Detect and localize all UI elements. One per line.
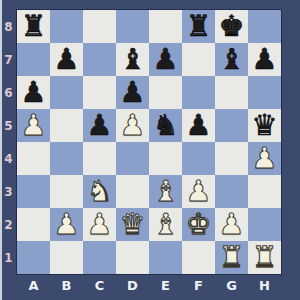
square-f2[interactable]: ♚: [182, 208, 215, 241]
square-a4[interactable]: [17, 142, 50, 175]
square-h4[interactable]: ♟: [248, 142, 281, 175]
file-label-d: D: [116, 274, 149, 300]
file-labels: ABCDEFGH: [17, 274, 281, 300]
square-e1[interactable]: [149, 241, 182, 274]
square-b3[interactable]: [50, 175, 83, 208]
square-a1[interactable]: [17, 241, 50, 274]
square-g2[interactable]: ♟: [215, 208, 248, 241]
square-a8[interactable]: ♜: [17, 10, 50, 43]
square-g1[interactable]: ♜: [215, 241, 248, 274]
rank-label-2: 2: [0, 208, 17, 241]
piece-white-knight: ♞: [87, 175, 113, 208]
file-label-f: F: [182, 274, 215, 300]
square-h7[interactable]: ♟: [248, 43, 281, 76]
square-a7[interactable]: [17, 43, 50, 76]
square-d6[interactable]: ♟: [116, 76, 149, 109]
piece-black-bishop: ♝: [219, 43, 245, 76]
square-d5[interactable]: ♟: [116, 109, 149, 142]
file-label-c: C: [83, 274, 116, 300]
square-e5[interactable]: ♞: [149, 109, 182, 142]
chess-board-frame: 87654321 ♜♜♚♟♝♟♝♟♟♟♟♟♟♞♟♛♟♞♝♟♟♟♛♝♚♟♜♜ AB…: [0, 0, 300, 300]
rank-label-1: 1: [0, 241, 17, 274]
square-b5[interactable]: [50, 109, 83, 142]
rank-label-8: 8: [0, 10, 17, 43]
square-c4[interactable]: [83, 142, 116, 175]
piece-black-pawn: ♟: [252, 43, 278, 76]
square-f3[interactable]: ♟: [182, 175, 215, 208]
square-b2[interactable]: ♟: [50, 208, 83, 241]
square-b1[interactable]: [50, 241, 83, 274]
square-h8[interactable]: [248, 10, 281, 43]
rank-label-4: 4: [0, 142, 17, 175]
square-b6[interactable]: [50, 76, 83, 109]
piece-white-pawn: ♟: [252, 142, 278, 175]
square-d1[interactable]: [116, 241, 149, 274]
piece-black-pawn: ♟: [54, 43, 80, 76]
square-d2[interactable]: ♛: [116, 208, 149, 241]
piece-black-king: ♚: [219, 10, 245, 43]
square-c8[interactable]: [83, 10, 116, 43]
square-d7[interactable]: ♝: [116, 43, 149, 76]
piece-white-bishop: ♝: [153, 208, 179, 241]
square-h3[interactable]: [248, 175, 281, 208]
piece-white-bishop: ♝: [153, 175, 179, 208]
square-c1[interactable]: [83, 241, 116, 274]
square-f8[interactable]: ♜: [182, 10, 215, 43]
square-a6[interactable]: ♟: [17, 76, 50, 109]
square-e3[interactable]: ♝: [149, 175, 182, 208]
piece-black-pawn: ♟: [153, 43, 179, 76]
square-h2[interactable]: [248, 208, 281, 241]
piece-white-pawn: ♟: [219, 208, 245, 241]
piece-white-pawn: ♟: [120, 109, 146, 142]
square-c2[interactable]: ♟: [83, 208, 116, 241]
square-f1[interactable]: [182, 241, 215, 274]
square-h6[interactable]: [248, 76, 281, 109]
square-f6[interactable]: [182, 76, 215, 109]
piece-black-pawn: ♟: [120, 76, 146, 109]
piece-white-rook: ♜: [252, 241, 278, 274]
chess-board: ♜♜♚♟♝♟♝♟♟♟♟♟♟♞♟♛♟♞♝♟♟♟♛♝♚♟♜♜: [17, 10, 281, 274]
piece-black-pawn: ♟: [186, 109, 212, 142]
square-h1[interactable]: ♜: [248, 241, 281, 274]
square-a5[interactable]: ♟: [17, 109, 50, 142]
piece-black-knight: ♞: [153, 109, 179, 142]
piece-white-rook: ♜: [219, 241, 245, 274]
square-e2[interactable]: ♝: [149, 208, 182, 241]
square-g3[interactable]: [215, 175, 248, 208]
rank-label-5: 5: [0, 109, 17, 142]
file-label-e: E: [149, 274, 182, 300]
rank-label-7: 7: [0, 43, 17, 76]
file-label-g: G: [215, 274, 248, 300]
piece-white-king: ♚: [186, 208, 212, 241]
rank-label-3: 3: [0, 175, 17, 208]
square-h5[interactable]: ♛: [248, 109, 281, 142]
square-f5[interactable]: ♟: [182, 109, 215, 142]
piece-white-queen: ♛: [120, 208, 146, 241]
file-label-a: A: [17, 274, 50, 300]
piece-black-bishop: ♝: [120, 43, 146, 76]
square-a3[interactable]: [17, 175, 50, 208]
square-g7[interactable]: ♝: [215, 43, 248, 76]
rank-label-6: 6: [0, 76, 17, 109]
file-label-b: B: [50, 274, 83, 300]
square-b7[interactable]: ♟: [50, 43, 83, 76]
square-b4[interactable]: [50, 142, 83, 175]
square-e7[interactable]: ♟: [149, 43, 182, 76]
square-c7[interactable]: [83, 43, 116, 76]
piece-white-pawn: ♟: [186, 175, 212, 208]
square-g5[interactable]: [215, 109, 248, 142]
piece-black-queen: ♛: [252, 109, 278, 142]
square-c6[interactable]: [83, 76, 116, 109]
square-g4[interactable]: [215, 142, 248, 175]
square-d4[interactable]: [116, 142, 149, 175]
piece-white-pawn: ♟: [54, 208, 80, 241]
square-d8[interactable]: [116, 10, 149, 43]
square-b8[interactable]: [50, 10, 83, 43]
square-f7[interactable]: [182, 43, 215, 76]
square-c5[interactable]: ♟: [83, 109, 116, 142]
piece-black-pawn: ♟: [21, 76, 47, 109]
square-g8[interactable]: ♚: [215, 10, 248, 43]
square-d3[interactable]: [116, 175, 149, 208]
file-label-h: H: [248, 274, 281, 300]
piece-black-rook: ♜: [186, 10, 212, 43]
rank-labels: 87654321: [0, 10, 17, 274]
square-f4[interactable]: [182, 142, 215, 175]
square-g6[interactable]: [215, 76, 248, 109]
piece-black-pawn: ♟: [87, 109, 113, 142]
square-a2[interactable]: [17, 208, 50, 241]
piece-black-rook: ♜: [21, 10, 47, 43]
square-c3[interactable]: ♞: [83, 175, 116, 208]
piece-white-pawn: ♟: [87, 208, 113, 241]
square-e6[interactable]: [149, 76, 182, 109]
piece-white-pawn: ♟: [21, 109, 47, 142]
square-e8[interactable]: [149, 10, 182, 43]
square-e4[interactable]: [149, 142, 182, 175]
